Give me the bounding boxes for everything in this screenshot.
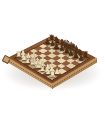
product-photo-chess-set[interactable]: ♜♞♝♛♚♝♞♜♟♟♟♟♟♟♟♟♟♟♟♟♟♟♟♟♜♞♝♛♚♝♞♜ bbox=[0, 0, 105, 120]
